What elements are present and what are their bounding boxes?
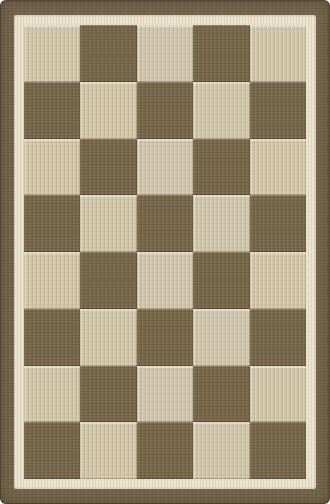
board-square [24, 82, 80, 139]
board-square [137, 82, 193, 139]
board-square [80, 422, 136, 479]
board-square [80, 309, 136, 366]
board-square [24, 366, 80, 423]
board-square [80, 252, 136, 309]
board-square [250, 82, 306, 139]
board-square [250, 366, 306, 423]
board-square [193, 25, 249, 82]
ivory-stripe-frame [14, 15, 316, 489]
rug-photo [0, 0, 330, 504]
board-square [24, 252, 80, 309]
board-square [24, 139, 80, 196]
board-square [250, 309, 306, 366]
checkerboard [24, 25, 306, 479]
board-square [193, 309, 249, 366]
board-square [250, 195, 306, 252]
board-square [193, 82, 249, 139]
board-square [80, 25, 136, 82]
board-square [137, 139, 193, 196]
board-square [137, 252, 193, 309]
board-square [80, 139, 136, 196]
board-square [80, 195, 136, 252]
board-square [137, 422, 193, 479]
board-square [80, 366, 136, 423]
board-square [250, 252, 306, 309]
board-square [137, 195, 193, 252]
board-square [80, 82, 136, 139]
board-square [193, 252, 249, 309]
board-square [24, 25, 80, 82]
board-square [193, 366, 249, 423]
board-square [24, 422, 80, 479]
board-square [250, 25, 306, 82]
board-square [137, 25, 193, 82]
board-square [250, 422, 306, 479]
board-square [193, 422, 249, 479]
rug-outer-border [0, 0, 330, 504]
board-square [250, 139, 306, 196]
board-square [137, 366, 193, 423]
board-square [193, 195, 249, 252]
board-square [24, 309, 80, 366]
board-square [24, 195, 80, 252]
board-square [193, 139, 249, 196]
board-square [137, 309, 193, 366]
